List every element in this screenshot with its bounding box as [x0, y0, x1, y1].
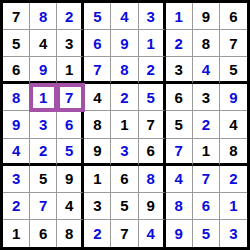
cell-r8c4[interactable]: 3 [84, 193, 111, 220]
cell-r2c1[interactable]: 5 [3, 30, 30, 57]
cell-r1c1[interactable]: 7 [3, 3, 30, 30]
cell-r6c3[interactable]: 5 [57, 139, 84, 166]
cell-r5c9[interactable]: 4 [220, 111, 247, 138]
cell-r9c5[interactable]: 7 [111, 220, 138, 247]
cell-r6c8[interactable]: 1 [193, 139, 220, 166]
cell-r9c4[interactable]: 2 [84, 220, 111, 247]
cell-r9c8[interactable]: 5 [193, 220, 220, 247]
cell-r9c3[interactable]: 8 [57, 220, 84, 247]
cell-r7c9[interactable]: 2 [220, 166, 247, 193]
cell-r7c7[interactable]: 4 [166, 166, 193, 193]
cell-r9c9[interactable]: 3 [220, 220, 247, 247]
cell-r5c1[interactable]: 9 [3, 111, 30, 138]
cell-r1c5[interactable]: 4 [111, 3, 138, 30]
cell-r2c8[interactable]: 8 [193, 30, 220, 57]
cell-r8c2[interactable]: 7 [30, 193, 57, 220]
cell-r4c8[interactable]: 3 [193, 84, 220, 111]
cell-r8c7[interactable]: 8 [166, 193, 193, 220]
sudoku-board: 7825431965436912876917823458174256399368… [0, 0, 250, 250]
cell-r8c6[interactable]: 9 [139, 193, 166, 220]
cell-r6c9[interactable]: 8 [220, 139, 247, 166]
cell-r1c2[interactable]: 8 [30, 3, 57, 30]
cell-r5c7[interactable]: 5 [166, 111, 193, 138]
cell-r4c9[interactable]: 9 [220, 84, 247, 111]
cell-r8c3[interactable]: 4 [57, 193, 84, 220]
cell-r4c7[interactable]: 6 [166, 84, 193, 111]
cell-r3c1[interactable]: 6 [3, 57, 30, 84]
cell-r5c8[interactable]: 2 [193, 111, 220, 138]
cell-r1c3[interactable]: 2 [57, 3, 84, 30]
cell-r2c4[interactable]: 6 [84, 30, 111, 57]
cell-r2c2[interactable]: 4 [30, 30, 57, 57]
cell-r1c6[interactable]: 3 [139, 3, 166, 30]
cell-r7c1[interactable]: 3 [3, 166, 30, 193]
cell-r6c5[interactable]: 3 [111, 139, 138, 166]
cell-r7c3[interactable]: 9 [57, 166, 84, 193]
cell-r4c4[interactable]: 4 [84, 84, 111, 111]
cell-r8c5[interactable]: 5 [111, 193, 138, 220]
cell-r7c5[interactable]: 6 [111, 166, 138, 193]
cell-r3c8[interactable]: 4 [193, 57, 220, 84]
cell-r8c9[interactable]: 1 [220, 193, 247, 220]
cell-r1c7[interactable]: 1 [166, 3, 193, 30]
cell-r3c7[interactable]: 3 [166, 57, 193, 84]
cell-r5c4[interactable]: 8 [84, 111, 111, 138]
cell-r2c3[interactable]: 3 [57, 30, 84, 57]
cell-r2c6[interactable]: 1 [139, 30, 166, 57]
cell-r6c7[interactable]: 7 [166, 139, 193, 166]
cell-r5c3[interactable]: 6 [57, 111, 84, 138]
cell-r7c6[interactable]: 8 [139, 166, 166, 193]
cell-r6c2[interactable]: 2 [30, 139, 57, 166]
cell-r4c2[interactable]: 1 [30, 84, 57, 111]
cell-r3c3[interactable]: 1 [57, 57, 84, 84]
cell-r9c6[interactable]: 4 [139, 220, 166, 247]
cell-r9c7[interactable]: 9 [166, 220, 193, 247]
cell-r7c2[interactable]: 5 [30, 166, 57, 193]
cell-r3c9[interactable]: 5 [220, 57, 247, 84]
cell-r1c8[interactable]: 9 [193, 3, 220, 30]
cell-r3c4[interactable]: 7 [84, 57, 111, 84]
cell-r5c5[interactable]: 1 [111, 111, 138, 138]
cell-r9c1[interactable]: 1 [3, 220, 30, 247]
cell-r7c4[interactable]: 1 [84, 166, 111, 193]
cell-r4c5[interactable]: 2 [111, 84, 138, 111]
cell-r3c2[interactable]: 9 [30, 57, 57, 84]
cell-r4c1[interactable]: 8 [3, 84, 30, 111]
cell-r6c4[interactable]: 9 [84, 139, 111, 166]
cell-r1c9[interactable]: 6 [220, 3, 247, 30]
cell-r2c9[interactable]: 7 [220, 30, 247, 57]
cell-r2c7[interactable]: 2 [166, 30, 193, 57]
cell-r3c6[interactable]: 2 [139, 57, 166, 84]
cell-r8c1[interactable]: 2 [3, 193, 30, 220]
cell-r4c3[interactable]: 7 [57, 84, 84, 111]
cell-r3c5[interactable]: 8 [111, 57, 138, 84]
cell-r6c1[interactable]: 4 [3, 139, 30, 166]
cell-r9c2[interactable]: 6 [30, 220, 57, 247]
cell-r8c8[interactable]: 6 [193, 193, 220, 220]
cell-r4c6[interactable]: 5 [139, 84, 166, 111]
cell-r1c4[interactable]: 5 [84, 3, 111, 30]
cell-r5c2[interactable]: 3 [30, 111, 57, 138]
cell-r7c8[interactable]: 7 [193, 166, 220, 193]
cell-r5c6[interactable]: 7 [139, 111, 166, 138]
cell-r6c6[interactable]: 6 [139, 139, 166, 166]
cell-r2c5[interactable]: 9 [111, 30, 138, 57]
